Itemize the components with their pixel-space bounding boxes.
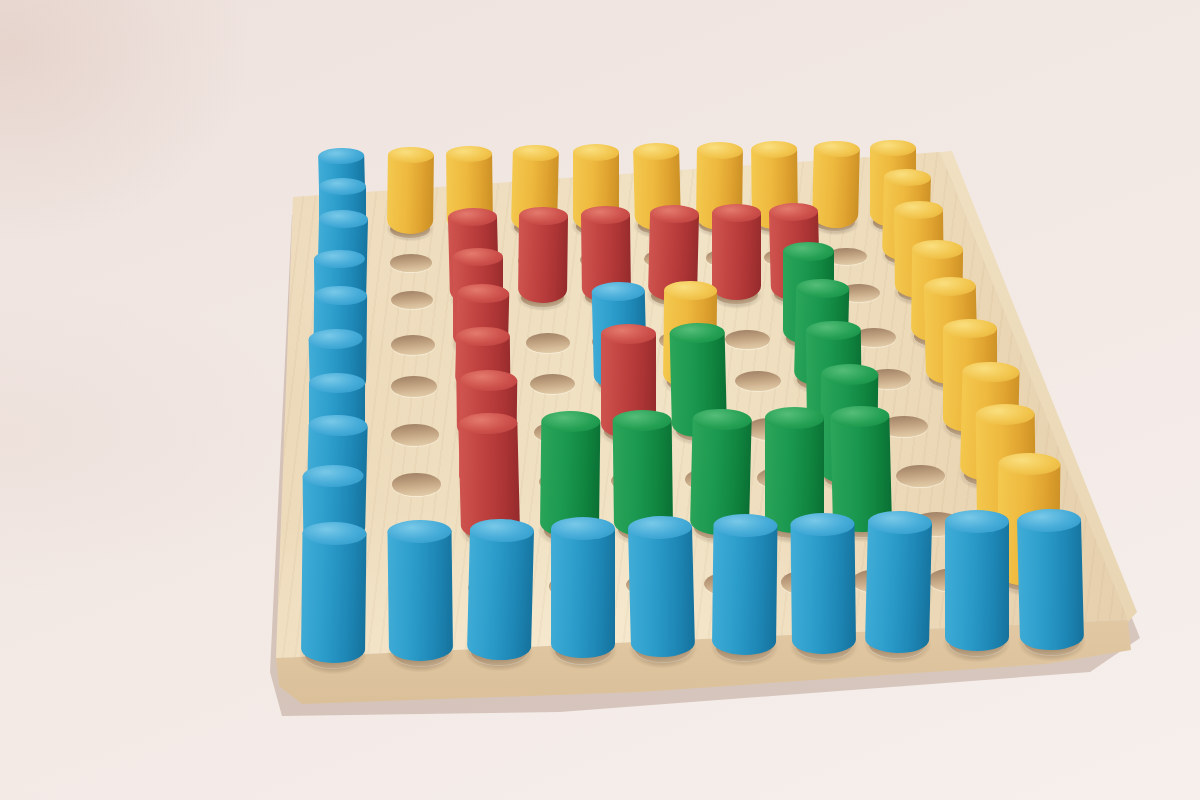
peg-top (765, 407, 824, 428)
peg-body (1017, 519, 1084, 650)
hole-r5c2 (391, 376, 437, 396)
hole-r4c7 (725, 330, 769, 350)
peg-body (812, 148, 860, 228)
peg-top (712, 204, 761, 222)
peg-body (301, 533, 367, 664)
peg-body (387, 531, 453, 662)
pegboard-photo-scene (0, 0, 1200, 800)
peg-body (518, 216, 568, 304)
peg-top (519, 207, 568, 225)
peg-top (790, 512, 854, 536)
peg-body (945, 521, 1009, 651)
peg-top (319, 178, 366, 195)
peg-body (628, 526, 695, 657)
peg-body (712, 525, 778, 656)
peg-top (664, 280, 717, 300)
peg-top (573, 144, 619, 161)
hole-r3c2 (391, 291, 434, 310)
hole-r5c7 (735, 371, 781, 391)
hole-r2c2 (390, 254, 431, 272)
hole-r4c2 (391, 335, 435, 355)
peg-top (945, 510, 1009, 533)
peg-top (870, 140, 916, 157)
peg-top (551, 517, 615, 540)
peg-body (791, 524, 857, 655)
peg-top (601, 324, 656, 344)
peg-body (712, 213, 761, 301)
peg-top (821, 364, 878, 385)
peg-top (460, 370, 517, 391)
peg-body (387, 155, 434, 235)
peg-top (696, 142, 742, 159)
peg-top (999, 452, 1061, 475)
peg-body (551, 529, 615, 659)
hole-r4c4 (526, 333, 570, 353)
peg-body (865, 522, 932, 653)
peg-top (783, 242, 834, 260)
hole-r6c2 (391, 424, 439, 445)
hole-r7c9 (896, 465, 946, 487)
peg-top (302, 521, 366, 545)
peg-top (912, 240, 963, 259)
peg-top (453, 248, 504, 266)
peg-body (467, 529, 534, 660)
peg-top (714, 514, 778, 538)
hole-r7c2 (392, 473, 442, 495)
